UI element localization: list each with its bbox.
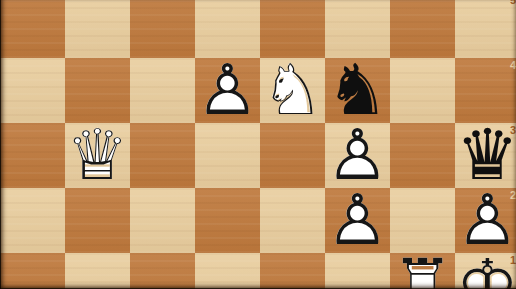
white-rook-outline-glyph: ♖	[390, 253, 455, 289]
square-a2[interactable]	[0, 188, 65, 253]
piece-white-queen-b3[interactable]: ♛♕	[65, 123, 130, 188]
square-c4[interactable]	[130, 58, 195, 123]
square-b3[interactable]: ♛♕	[65, 123, 130, 188]
square-a4[interactable]	[0, 58, 65, 123]
square-a1[interactable]	[0, 253, 65, 289]
chess-board-screenshot: 5♟♙♞♘♞4♛♕♟♙3♛♟♙2♟♙♜♖1♚♔	[0, 0, 516, 289]
piece-white-rook-g1[interactable]: ♜♖	[390, 253, 455, 289]
square-c1[interactable]	[130, 253, 195, 289]
square-a5[interactable]	[0, 0, 65, 58]
square-e3[interactable]	[260, 123, 325, 188]
square-g5[interactable]	[390, 0, 455, 58]
square-d2[interactable]	[195, 188, 260, 253]
square-d1[interactable]	[195, 253, 260, 289]
rank-coordinate-2: 2	[510, 189, 516, 201]
rank-coordinate-5: 5	[510, 0, 516, 6]
rank-coordinate-1: 1	[510, 254, 516, 266]
square-g3[interactable]	[390, 123, 455, 188]
piece-white-king-h1[interactable]: ♚♔	[455, 253, 516, 289]
piece-white-knight-e4[interactable]: ♞♘	[260, 58, 325, 123]
square-c3[interactable]	[130, 123, 195, 188]
square-g1[interactable]: ♜♖	[390, 253, 455, 289]
square-a3[interactable]	[0, 123, 65, 188]
square-h1[interactable]: 1♚♔	[455, 253, 516, 289]
chess-board: 5♟♙♞♘♞4♛♕♟♙3♛♟♙2♟♙♜♖1♚♔	[0, 0, 516, 289]
square-e1[interactable]	[260, 253, 325, 289]
rank-coordinate-3: 3	[510, 124, 516, 136]
piece-white-pawn-f2[interactable]: ♟♙	[325, 188, 390, 253]
square-c2[interactable]	[130, 188, 195, 253]
square-b5[interactable]	[65, 0, 130, 58]
square-g4[interactable]	[390, 58, 455, 123]
square-e4[interactable]: ♞♘	[260, 58, 325, 123]
white-knight-outline-glyph: ♘	[260, 58, 325, 123]
white-pawn-outline-glyph: ♙	[195, 58, 260, 123]
square-f2[interactable]: ♟♙	[325, 188, 390, 253]
rank-coordinate-4: 4	[510, 59, 516, 71]
white-pawn-outline-glyph: ♙	[325, 188, 390, 253]
piece-white-pawn-d4[interactable]: ♟♙	[195, 58, 260, 123]
white-king-outline-glyph: ♔	[455, 253, 516, 289]
square-d4[interactable]: ♟♙	[195, 58, 260, 123]
square-b1[interactable]	[65, 253, 130, 289]
square-d3[interactable]	[195, 123, 260, 188]
square-h5[interactable]: 5	[455, 0, 516, 58]
white-queen-outline-glyph: ♕	[65, 123, 130, 188]
square-c5[interactable]	[130, 0, 195, 58]
square-e2[interactable]	[260, 188, 325, 253]
square-b2[interactable]	[65, 188, 130, 253]
